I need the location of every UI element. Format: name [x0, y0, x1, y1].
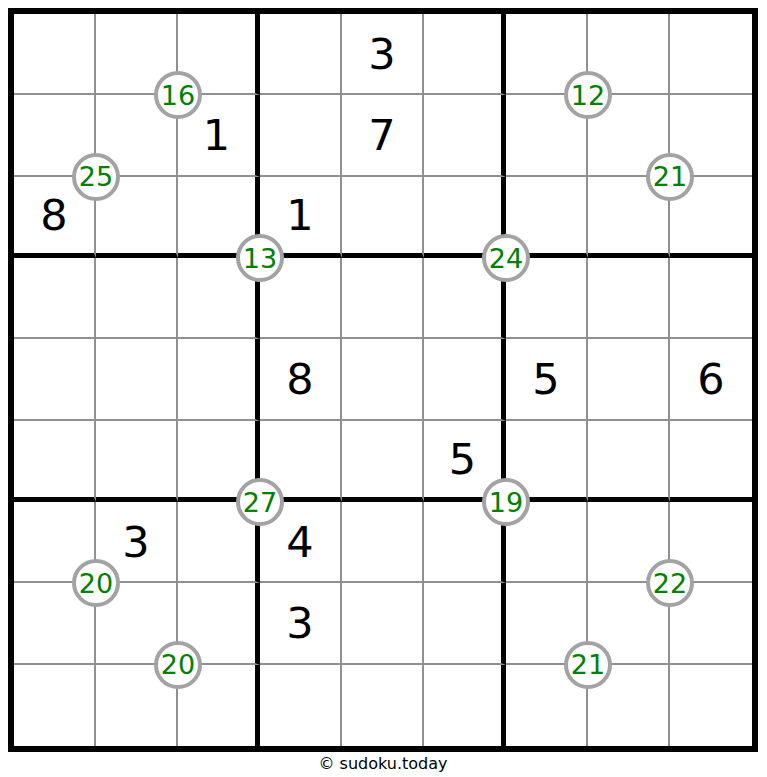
cell-r4c6[interactable]	[424, 258, 506, 339]
cell-r9c3[interactable]	[178, 665, 260, 746]
cell-r2c9[interactable]	[670, 95, 752, 176]
cell-r7c6[interactable]	[424, 502, 506, 583]
cell-r1c1[interactable]	[14, 14, 96, 95]
cell-r5c8[interactable]	[588, 339, 670, 420]
cell-r3c9[interactable]	[670, 177, 752, 258]
cell-r9c4[interactable]	[260, 665, 342, 746]
cell-r9c2[interactable]	[96, 665, 178, 746]
cell-r8c4[interactable]: 3	[260, 583, 342, 664]
cell-r7c3[interactable]	[178, 502, 260, 583]
cell-r4c5[interactable]	[342, 258, 424, 339]
cell-r7c1[interactable]	[14, 502, 96, 583]
cell-r5c1[interactable]	[14, 339, 96, 420]
cell-r4c3[interactable]	[178, 258, 260, 339]
cell-r9c9[interactable]	[670, 665, 752, 746]
cell-r6c2[interactable]	[96, 421, 178, 502]
cell-r5c6[interactable]	[424, 339, 506, 420]
cell-r1c2[interactable]	[96, 14, 178, 95]
cell-r3c3[interactable]	[178, 177, 260, 258]
cell-r4c7[interactable]	[506, 258, 588, 339]
cell-r6c5[interactable]	[342, 421, 424, 502]
cell-r3c5[interactable]	[342, 177, 424, 258]
cell-r8c6[interactable]	[424, 583, 506, 664]
cell-r1c4[interactable]	[260, 14, 342, 95]
cell-r7c7[interactable]	[506, 502, 588, 583]
cell-r3c1[interactable]: 8	[14, 177, 96, 258]
cell-r9c1[interactable]	[14, 665, 96, 746]
cell-r8c5[interactable]	[342, 583, 424, 664]
cell-r6c7[interactable]	[506, 421, 588, 502]
cell-r7c4[interactable]: 4	[260, 502, 342, 583]
cell-r6c8[interactable]	[588, 421, 670, 502]
cell-r9c6[interactable]	[424, 665, 506, 746]
cell-r4c1[interactable]	[14, 258, 96, 339]
cell-r5c3[interactable]	[178, 339, 260, 420]
cell-r7c9[interactable]	[670, 502, 752, 583]
cell-r6c6[interactable]: 5	[424, 421, 506, 502]
sudoku-grid: 317818565343	[14, 14, 752, 746]
cell-r6c3[interactable]	[178, 421, 260, 502]
cell-r7c8[interactable]	[588, 502, 670, 583]
cell-r2c3[interactable]: 1	[178, 95, 260, 176]
cell-r2c7[interactable]	[506, 95, 588, 176]
cell-r2c6[interactable]	[424, 95, 506, 176]
cell-r5c9[interactable]: 6	[670, 339, 752, 420]
cell-r5c7[interactable]: 5	[506, 339, 588, 420]
cell-r4c8[interactable]	[588, 258, 670, 339]
sudoku-page: 317818565343 161225211324271920222021 © …	[0, 0, 767, 777]
cell-r1c9[interactable]	[670, 14, 752, 95]
cell-r8c2[interactable]	[96, 583, 178, 664]
cell-r6c9[interactable]	[670, 421, 752, 502]
cell-r2c8[interactable]	[588, 95, 670, 176]
cell-r3c7[interactable]	[506, 177, 588, 258]
cell-r4c2[interactable]	[96, 258, 178, 339]
cell-r7c5[interactable]	[342, 502, 424, 583]
cell-r8c3[interactable]	[178, 583, 260, 664]
cell-r1c5[interactable]: 3	[342, 14, 424, 95]
cell-r3c4[interactable]: 1	[260, 177, 342, 258]
cell-r6c1[interactable]	[14, 421, 96, 502]
footer-credit: © sudoku.today	[8, 754, 758, 773]
cell-r2c2[interactable]	[96, 95, 178, 176]
cell-r3c2[interactable]	[96, 177, 178, 258]
cell-r4c9[interactable]	[670, 258, 752, 339]
cell-r1c7[interactable]	[506, 14, 588, 95]
cell-r2c1[interactable]	[14, 95, 96, 176]
cell-r3c6[interactable]	[424, 177, 506, 258]
cell-r8c1[interactable]	[14, 583, 96, 664]
sudoku-board: 317818565343 161225211324271920222021	[8, 8, 758, 752]
cell-r2c5[interactable]: 7	[342, 95, 424, 176]
cell-r5c2[interactable]	[96, 339, 178, 420]
cell-r1c8[interactable]	[588, 14, 670, 95]
cell-r3c8[interactable]	[588, 177, 670, 258]
cell-r1c6[interactable]	[424, 14, 506, 95]
cell-r9c7[interactable]	[506, 665, 588, 746]
cell-r9c5[interactable]	[342, 665, 424, 746]
cell-r9c8[interactable]	[588, 665, 670, 746]
cell-r6c4[interactable]	[260, 421, 342, 502]
cell-r4c4[interactable]	[260, 258, 342, 339]
cell-r5c5[interactable]	[342, 339, 424, 420]
cell-r1c3[interactable]	[178, 14, 260, 95]
cell-r8c9[interactable]	[670, 583, 752, 664]
cell-r5c4[interactable]: 8	[260, 339, 342, 420]
cell-r8c8[interactable]	[588, 583, 670, 664]
cell-r7c2[interactable]: 3	[96, 502, 178, 583]
cell-r8c7[interactable]	[506, 583, 588, 664]
cell-r2c4[interactable]	[260, 95, 342, 176]
